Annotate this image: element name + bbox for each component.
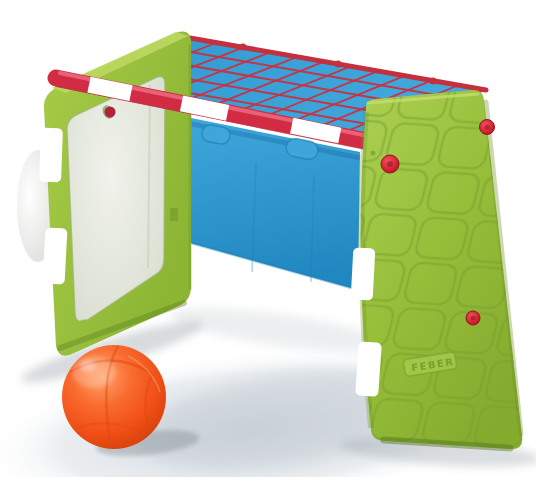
product-photo: FEBER [0, 0, 536, 477]
right-post-stripe [355, 341, 382, 396]
crossbar-stripe [292, 126, 340, 136]
net-rod-clip [335, 61, 342, 68]
ball-highlight-spot [80, 360, 96, 372]
net-rod-clip [240, 44, 247, 51]
right-post-stripe [351, 247, 376, 300]
crossbar-stripe [89, 85, 131, 94]
left-post-stripe [43, 227, 68, 284]
crossbar-mount-knob [105, 107, 116, 118]
left-panel-slot [170, 208, 178, 221]
net-rod-clip [430, 78, 437, 85]
photo-canvas: FEBER [0, 0, 536, 477]
corner-plug-center [471, 316, 476, 321]
ball-highlight [72, 356, 116, 388]
crossbar-stripe [182, 103, 228, 112]
panel-screw [371, 151, 376, 156]
corner-plug-center [485, 125, 490, 130]
corner-plug-center [387, 161, 393, 167]
left-post-stripe [39, 128, 63, 183]
